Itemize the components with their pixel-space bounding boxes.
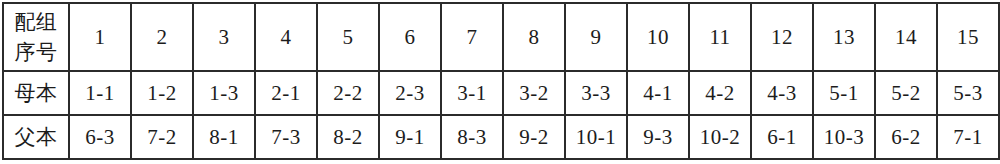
male-parent-cell-8: 9-2 bbox=[503, 115, 565, 159]
column-header-15: 15 bbox=[937, 3, 999, 71]
male-parent-cell-14: 6-2 bbox=[875, 115, 937, 159]
female-parent-cell-12: 4-3 bbox=[751, 71, 813, 115]
column-header-13: 13 bbox=[813, 3, 875, 71]
column-header-1: 1 bbox=[69, 3, 131, 71]
female-parent-cell-3: 1-3 bbox=[193, 71, 255, 115]
corner-header-line2: 序号 bbox=[4, 37, 68, 67]
female-parent-cell-2: 1-2 bbox=[131, 71, 193, 115]
male-parent-cell-4: 7-3 bbox=[255, 115, 317, 159]
male-parent-cell-1: 6-3 bbox=[69, 115, 131, 159]
male-parent-cell-3: 8-1 bbox=[193, 115, 255, 159]
male-parent-cell-6: 9-1 bbox=[379, 115, 441, 159]
column-header-8: 8 bbox=[503, 3, 565, 71]
male-parent-cell-5: 8-2 bbox=[317, 115, 379, 159]
column-header-7: 7 bbox=[441, 3, 503, 71]
female-parent-cell-10: 4-1 bbox=[627, 71, 689, 115]
male-parent-row: 父本 6-3 7-2 8-1 7-3 8-2 9-1 8-3 9-2 10-1 … bbox=[3, 115, 999, 159]
female-parent-cell-8: 3-2 bbox=[503, 71, 565, 115]
column-header-14: 14 bbox=[875, 3, 937, 71]
corner-header-line1: 配组 bbox=[4, 7, 68, 37]
female-parent-cell-6: 2-3 bbox=[379, 71, 441, 115]
row-label-female-parent: 母本 bbox=[3, 71, 69, 115]
female-parent-row: 母本 1-1 1-2 1-3 2-1 2-2 2-3 3-1 3-2 3-3 4… bbox=[3, 71, 999, 115]
male-parent-cell-9: 10-1 bbox=[565, 115, 627, 159]
male-parent-cell-11: 10-2 bbox=[689, 115, 751, 159]
male-parent-cell-7: 8-3 bbox=[441, 115, 503, 159]
female-parent-cell-1: 1-1 bbox=[69, 71, 131, 115]
column-header-9: 9 bbox=[565, 3, 627, 71]
female-parent-cell-5: 2-2 bbox=[317, 71, 379, 115]
column-header-2: 2 bbox=[131, 3, 193, 71]
document-page: 配组 序号 1 2 3 4 5 6 7 8 9 10 11 12 13 14 1… bbox=[0, 0, 1000, 164]
pairing-table: 配组 序号 1 2 3 4 5 6 7 8 9 10 11 12 13 14 1… bbox=[2, 2, 1000, 160]
column-header-11: 11 bbox=[689, 3, 751, 71]
female-parent-cell-4: 2-1 bbox=[255, 71, 317, 115]
row-label-male-parent: 父本 bbox=[3, 115, 69, 159]
female-parent-cell-7: 3-1 bbox=[441, 71, 503, 115]
column-header-12: 12 bbox=[751, 3, 813, 71]
male-parent-cell-2: 7-2 bbox=[131, 115, 193, 159]
column-header-4: 4 bbox=[255, 3, 317, 71]
column-header-3: 3 bbox=[193, 3, 255, 71]
female-parent-cell-14: 5-2 bbox=[875, 71, 937, 115]
column-header-5: 5 bbox=[317, 3, 379, 71]
column-header-10: 10 bbox=[627, 3, 689, 71]
female-parent-cell-9: 3-3 bbox=[565, 71, 627, 115]
column-header-6: 6 bbox=[379, 3, 441, 71]
male-parent-cell-12: 6-1 bbox=[751, 115, 813, 159]
female-parent-cell-11: 4-2 bbox=[689, 71, 751, 115]
female-parent-cell-15: 5-3 bbox=[937, 71, 999, 115]
header-row: 配组 序号 1 2 3 4 5 6 7 8 9 10 11 12 13 14 1… bbox=[3, 3, 999, 71]
male-parent-cell-15: 7-1 bbox=[937, 115, 999, 159]
corner-header-cell: 配组 序号 bbox=[3, 3, 69, 71]
male-parent-cell-10: 9-3 bbox=[627, 115, 689, 159]
female-parent-cell-13: 5-1 bbox=[813, 71, 875, 115]
male-parent-cell-13: 10-3 bbox=[813, 115, 875, 159]
